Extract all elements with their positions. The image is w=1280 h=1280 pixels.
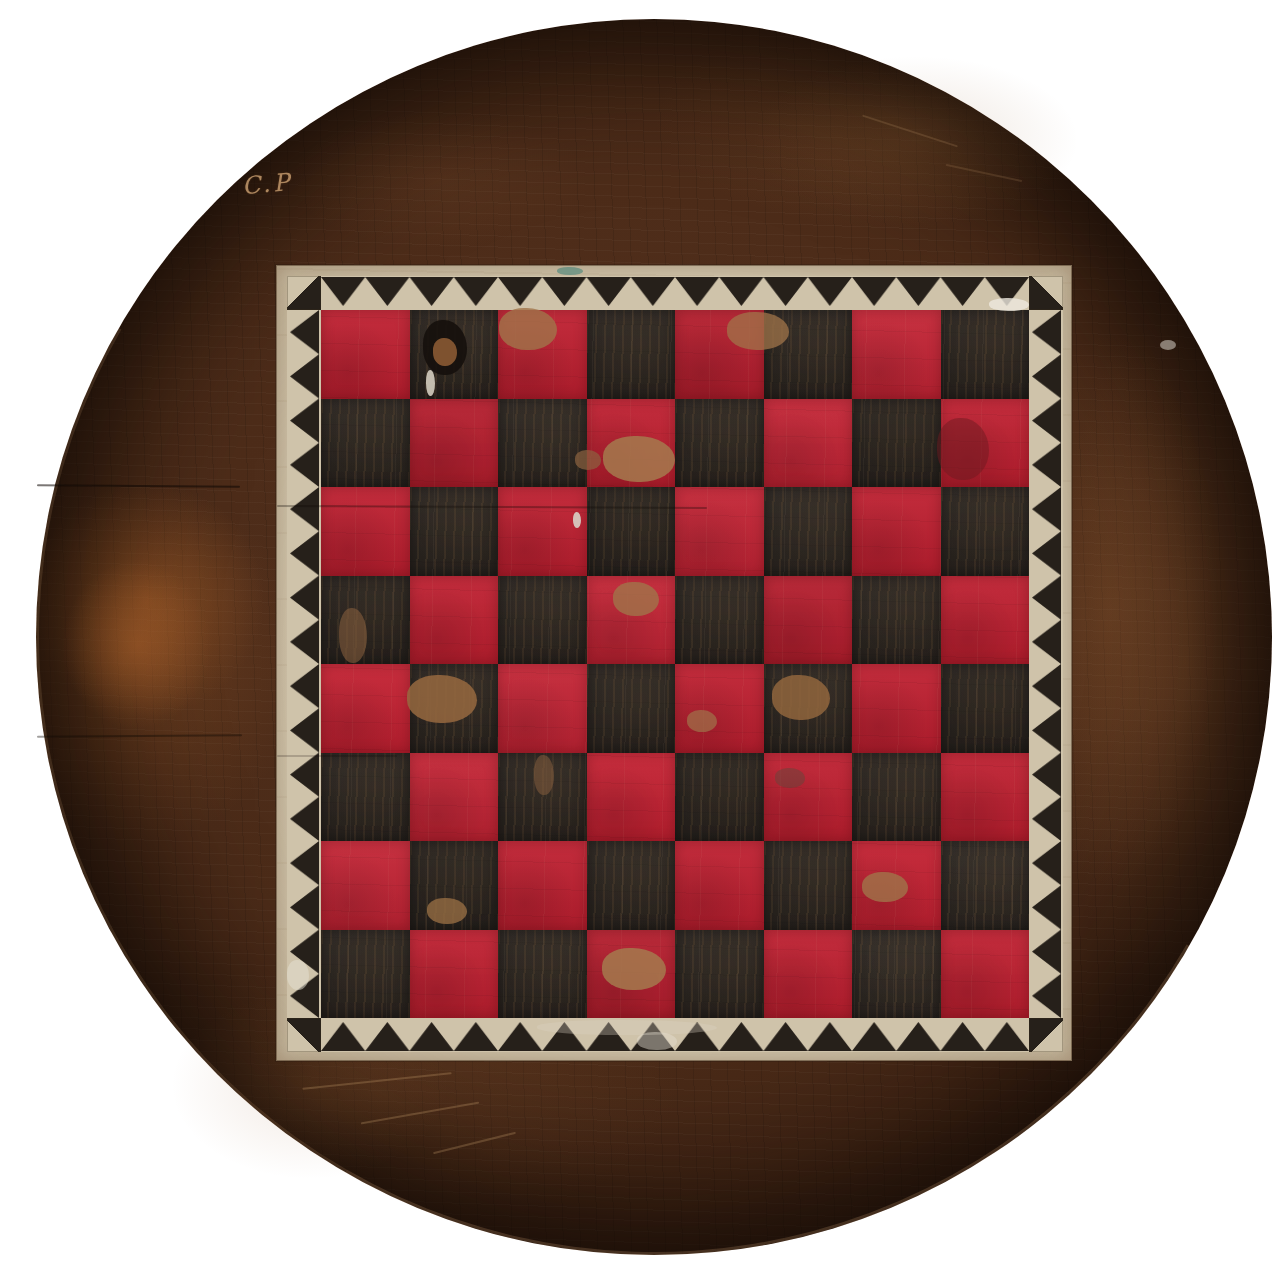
square-r1c3-red bbox=[498, 310, 587, 399]
square-r1c2-black bbox=[410, 310, 499, 399]
square-r4c2-red bbox=[410, 576, 499, 665]
square-r2c7-black bbox=[852, 399, 941, 488]
square-r3c4-black bbox=[587, 487, 676, 576]
square-r8c6-red bbox=[764, 930, 853, 1019]
square-r1c5-red bbox=[675, 310, 764, 399]
painted-initials: C.P bbox=[241, 168, 294, 200]
square-r8c8-red bbox=[941, 930, 1030, 1019]
square-r7c6-black bbox=[764, 841, 853, 930]
sawtooth-corner-top-left bbox=[287, 276, 321, 310]
square-r2c6-red bbox=[764, 399, 853, 488]
square-r7c8-black bbox=[941, 841, 1030, 930]
square-r8c7-black bbox=[852, 930, 941, 1019]
board-squares-grid bbox=[321, 310, 1029, 1018]
square-r2c1-black bbox=[321, 399, 410, 488]
square-r6c5-black bbox=[675, 753, 764, 842]
square-r6c1-black bbox=[321, 753, 410, 842]
square-r5c2-black bbox=[410, 664, 499, 753]
square-r4c5-black bbox=[675, 576, 764, 665]
square-r2c8-red bbox=[941, 399, 1030, 488]
square-r3c8-black bbox=[941, 487, 1030, 576]
square-r3c5-red bbox=[675, 487, 764, 576]
square-r1c1-red bbox=[321, 310, 410, 399]
screenshot: C.P bbox=[0, 0, 1280, 1280]
square-r2c3-black bbox=[498, 399, 587, 488]
square-r6c7-black bbox=[852, 753, 941, 842]
square-r7c2-black bbox=[410, 841, 499, 930]
square-r1c7-red bbox=[852, 310, 941, 399]
sawtooth-corner-bottom-right bbox=[1029, 1018, 1063, 1052]
sawtooth-border-left bbox=[287, 310, 321, 1018]
square-r5c7-red bbox=[852, 664, 941, 753]
square-r7c7-red bbox=[852, 841, 941, 930]
square-r3c6-black bbox=[764, 487, 853, 576]
square-r8c5-black bbox=[675, 930, 764, 1019]
square-r8c2-red bbox=[410, 930, 499, 1019]
square-r4c8-red bbox=[941, 576, 1030, 665]
square-r6c6-red bbox=[764, 753, 853, 842]
square-r5c4-black bbox=[587, 664, 676, 753]
square-r2c5-black bbox=[675, 399, 764, 488]
square-r4c4-red bbox=[587, 576, 676, 665]
square-r8c1-black bbox=[321, 930, 410, 1019]
sawtooth-border-top bbox=[321, 276, 1029, 310]
sawtooth-corner-top-right bbox=[1029, 276, 1063, 310]
square-r2c2-red bbox=[410, 399, 499, 488]
sawtooth-border-bottom bbox=[321, 1018, 1029, 1052]
square-r7c3-red bbox=[498, 841, 587, 930]
square-r4c6-red bbox=[764, 576, 853, 665]
square-r7c4-black bbox=[587, 841, 676, 930]
square-r3c1-red bbox=[321, 487, 410, 576]
square-r2c4-red bbox=[587, 399, 676, 488]
square-r8c4-red bbox=[587, 930, 676, 1019]
round-wooden-tabletop: C.P bbox=[36, 19, 1272, 1255]
square-r5c5-red bbox=[675, 664, 764, 753]
square-r7c1-red bbox=[321, 841, 410, 930]
square-r5c1-red bbox=[321, 664, 410, 753]
square-r5c8-black bbox=[941, 664, 1030, 753]
square-r7c5-red bbox=[675, 841, 764, 930]
square-r8c3-black bbox=[498, 930, 587, 1019]
square-r6c8-red bbox=[941, 753, 1030, 842]
wear-patch bbox=[557, 267, 583, 275]
checkers-board bbox=[276, 265, 1072, 1061]
square-r6c3-black bbox=[498, 753, 587, 842]
square-r5c3-red bbox=[498, 664, 587, 753]
square-r5c6-black bbox=[764, 664, 853, 753]
sawtooth-corner-bottom-left bbox=[287, 1018, 321, 1052]
sawtooth-border-right bbox=[1029, 310, 1063, 1018]
square-r6c4-red bbox=[587, 753, 676, 842]
square-r4c7-black bbox=[852, 576, 941, 665]
square-r1c8-black bbox=[941, 310, 1030, 399]
square-r3c7-red bbox=[852, 487, 941, 576]
square-r1c6-black bbox=[764, 310, 853, 399]
square-r6c2-red bbox=[410, 753, 499, 842]
square-r4c3-black bbox=[498, 576, 587, 665]
square-r4c1-black bbox=[321, 576, 410, 665]
square-r3c3-red bbox=[498, 487, 587, 576]
square-r3c2-black bbox=[410, 487, 499, 576]
square-r1c4-black bbox=[587, 310, 676, 399]
